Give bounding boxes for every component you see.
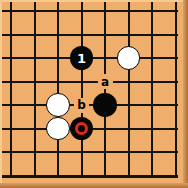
- grid-line-vertical: [151, 0, 153, 178]
- board-edge-highlight-left: [0, 0, 2, 188]
- marked-black-stone[interactable]: [70, 117, 94, 141]
- board-edge-shadow-bottom: [0, 183, 188, 188]
- stone-move-number: 1: [77, 51, 86, 64]
- grid-line-vertical: [175, 0, 177, 178]
- move-1-black-stone[interactable]: 1: [70, 46, 94, 70]
- grid-line-horizontal: [0, 175, 178, 178]
- board-edge-shadow-right: [183, 0, 188, 188]
- red-circle-marker-icon: [75, 122, 88, 135]
- black-stone[interactable]: [93, 93, 117, 117]
- white-stone[interactable]: [117, 46, 141, 70]
- board-edge-highlight-top: [0, 0, 188, 2]
- point-label-a[interactable]: a: [98, 74, 113, 89]
- white-stone[interactable]: [46, 117, 70, 141]
- point-label-b[interactable]: b: [74, 98, 89, 113]
- go-board[interactable]: ab 1: [0, 0, 188, 188]
- white-stone[interactable]: [46, 93, 70, 117]
- board-surface: ab 1: [0, 0, 188, 188]
